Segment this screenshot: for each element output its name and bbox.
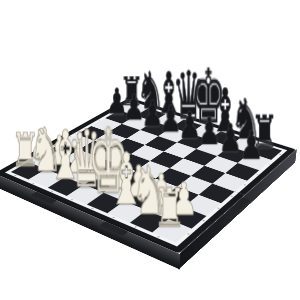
piece-black-pawn: ♟ <box>106 84 128 119</box>
square-e4 <box>135 161 170 179</box>
square-g4 <box>177 176 213 195</box>
piece-white-pawn: ♟ <box>29 124 53 163</box>
board-border-strip: ♜♞♝♛♚♝♞♜♟♟♟♟♟♟♟♟♟♟♟♟♟♟♟♟♜♞♝♛♚♝♞♜ <box>5 101 287 247</box>
product-photo-stage: ♜♞♝♛♚♝♞♜♟♟♟♟♟♟♟♟♟♟♟♟♟♟♟♟♜♞♝♛♚♝♞♜ <box>0 0 300 300</box>
chess-board: ♜♞♝♛♚♝♞♜♟♟♟♟♟♟♟♟♟♟♟♟♟♟♟♟♜♞♝♛♚♝♞♜ <box>0 97 297 253</box>
piece-black-rook: ♜ <box>119 72 140 111</box>
square-a1: ♜ <box>11 162 47 180</box>
piece-black-rook: ♜ <box>251 110 275 154</box>
piece-white-rook: ♜ <box>11 127 36 173</box>
board-frame: ♜♞♝♛♚♝♞♜♟♟♟♟♟♟♟♟♟♟♟♟♟♟♟♟♜♞♝♛♚♝♞♜ <box>0 97 297 253</box>
board-grid: ♜♞♝♛♚♝♞♜♟♟♟♟♟♟♟♟♟♟♟♟♟♟♟♟♜♞♝♛♚♝♞♜ <box>11 103 282 242</box>
